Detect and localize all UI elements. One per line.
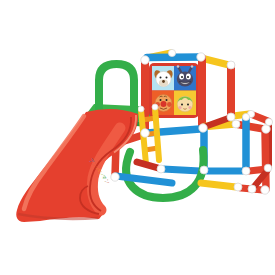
play-gym-illustration: アンパンマン bbox=[0, 0, 275, 275]
ladder-rail-right bbox=[155, 108, 159, 160]
ladder-cap-left bbox=[138, 106, 144, 112]
panel-character-chiizu bbox=[152, 66, 174, 91]
slide: アンパンマン bbox=[16, 109, 138, 222]
ladder-cap-right bbox=[152, 104, 158, 110]
tube-bottomfront-blue bbox=[116, 176, 172, 183]
tube-right-post bbox=[265, 130, 266, 189]
tube-bottomfront-yellow bbox=[201, 183, 236, 187]
tube-bottomback-blue1 bbox=[163, 169, 200, 171]
tube-bottomback-red bbox=[137, 162, 158, 168]
panel-character-melonpanna bbox=[174, 91, 196, 116]
tube-base-top-red2 bbox=[238, 125, 264, 130]
tube-upper-top-blue bbox=[147, 57, 200, 58]
product-photo-stage: アンパンマン bbox=[0, 0, 275, 275]
tube-top-depth-right-yellow bbox=[205, 59, 229, 65]
panel-character-baikinman bbox=[174, 65, 196, 90]
